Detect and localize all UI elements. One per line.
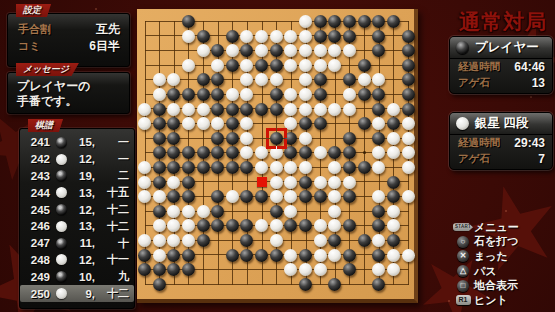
black-stone [153,132,166,145]
white-stone [138,103,151,116]
white-stone [387,103,400,116]
white-stone [167,103,180,116]
move-number: 247 [26,237,50,249]
last-move-marker [257,177,267,187]
black-stone [299,117,312,130]
white-stone [299,103,312,116]
black-stone [226,30,239,43]
black-stone [358,161,371,174]
black-stone [240,249,253,262]
elapsed-time-label: 経過時間 [458,60,500,74]
black-stone [167,117,180,130]
black-stone [343,73,356,86]
go-board[interactable] [137,9,418,303]
white-stone [240,73,253,86]
white-stone [284,103,297,116]
move-number: 241 [26,136,50,148]
white-stone [153,234,166,247]
white-stone [284,205,297,218]
black-stone [226,219,239,232]
move-number: 243 [26,170,50,182]
control-label: 石を打つ [474,234,519,249]
white-stone [197,44,210,57]
black-stone [167,263,180,276]
black-stone [182,15,195,28]
black-stone [211,44,224,57]
black-stone [226,249,239,262]
black-stone [299,190,312,203]
black-stone-icon [56,271,67,282]
white-stone [240,88,253,101]
control-label: パス [474,264,497,279]
controls-legend: STARTメニュー○石を打つ✕まった△パス□地合表示R1ヒント [452,220,554,308]
black-stone [270,103,283,116]
kifu-move-row[interactable]: 24512,十二 [20,201,134,218]
black-stone [402,30,415,43]
move-row: 一 [95,135,129,150]
white-stone [153,73,166,86]
black-stone [299,176,312,189]
white-stone [299,263,312,276]
white-stone [240,30,253,43]
captures-label: アゲ石 [458,76,490,90]
elapsed-time-value: 64:46 [514,60,545,74]
black-stone [402,73,415,86]
square-button-icon: □ [457,280,469,292]
white-stone [314,44,327,57]
black-stone [328,30,341,43]
white-stone [402,146,415,159]
white-stone [387,219,400,232]
black-stone [387,117,400,130]
black-stone [153,176,166,189]
player-white-name: 銀星 四段 [475,115,528,132]
white-stone [314,263,327,276]
white-stone [372,146,385,159]
white-stone [284,249,297,262]
black-stone [211,132,224,145]
black-stone [153,205,166,218]
black-stone-icon [56,170,67,181]
black-stone [197,219,210,232]
black-stone [328,278,341,291]
white-stone [299,30,312,43]
black-stone [328,15,341,28]
black-stone [211,146,224,159]
black-stone [182,88,195,101]
black-stone-icon [456,41,469,54]
black-stone [182,190,195,203]
black-stone [358,117,371,130]
cursor-bracket[interactable] [266,128,287,149]
black-stone [182,176,195,189]
black-stone [270,44,283,57]
white-stone [328,205,341,218]
black-stone [402,103,415,116]
white-stone [182,103,195,116]
black-stone [372,103,385,116]
white-stone-icon [56,221,67,232]
white-stone [314,146,327,159]
black-stone [226,117,239,130]
black-stone [226,59,239,72]
white-stone [328,44,341,57]
move-row: 一 [95,152,129,167]
black-stone [372,205,385,218]
white-stone [387,205,400,218]
white-stone [402,117,415,130]
move-number: 246 [26,220,50,232]
white-stone [284,44,297,57]
black-stone [358,59,371,72]
white-stone [211,59,224,72]
white-stone [270,73,283,86]
black-stone [197,30,210,43]
black-stone [211,161,224,174]
control-circle[interactable]: ○石を打つ [452,235,554,250]
move-col: 9, [71,288,95,300]
kifu-move-row[interactable]: 24115,一 [20,134,134,151]
white-stone [372,117,385,130]
white-stone [343,176,356,189]
black-stone [343,263,356,276]
black-stone [240,234,253,247]
player-white-header: 銀星 四段 [450,113,552,135]
black-stone [372,249,385,262]
white-stone [240,117,253,130]
control-label: まった [474,249,508,264]
kifu-move-row[interactable]: 24613,十二 [20,218,134,235]
white-stone [343,103,356,116]
white-stone [153,88,166,101]
black-stone [138,249,151,262]
black-stone [299,278,312,291]
message-panel: メッセージ プレイヤーの 手番です。 [7,72,130,114]
black-stone [270,59,283,72]
white-stone-icon [56,288,67,299]
black-stone [372,30,385,43]
white-stone [328,161,341,174]
black-stone [343,146,356,159]
handicap-row: 手合割 互先 [8,21,129,38]
kifu-panel: 棋譜 24115,一24212,一24319,二24413,十五24512,十二… [19,128,135,309]
kifu-move-row[interactable]: 24413,十五 [20,184,134,201]
white-stone [372,161,385,174]
black-stone [182,249,195,262]
black-stone [387,176,400,189]
move-col: 13, [71,220,95,232]
black-stone [211,73,224,86]
black-stone [314,88,327,101]
player-black-name: プレイヤー [475,39,539,56]
white-stone [226,88,239,101]
black-stone [402,44,415,57]
white-stone [372,263,385,276]
white-stone [138,190,151,203]
white-stone [314,103,327,116]
black-stone [211,219,224,232]
white-stone [299,44,312,57]
black-stone [358,15,371,28]
black-stone [211,190,224,203]
white-stone [299,88,312,101]
white-stone [284,59,297,72]
white-stone [270,219,283,232]
white-stone [167,73,180,86]
black-stone [387,190,400,203]
black-stone [270,205,283,218]
white-stone [138,176,151,189]
handicap-value: 互先 [96,21,120,38]
settings-tab: 設定 [16,4,51,17]
move-number: 244 [26,187,50,199]
white-stone [197,117,210,130]
black-stone [211,103,224,116]
white-stone [314,59,327,72]
black-stone [153,103,166,116]
control-start[interactable]: STARTメニュー [452,220,554,235]
move-col: 11, [71,237,95,249]
white-stone [284,30,297,43]
black-stone [182,263,195,276]
black-stone [343,249,356,262]
white-stone [270,190,283,203]
control-square[interactable]: □地合表示 [452,278,554,293]
move-number: 249 [26,271,50,283]
black-stone [167,146,180,159]
black-stone [226,103,239,116]
white-stone [211,117,224,130]
white-stone [240,146,253,159]
black-stone [167,132,180,145]
black-stone [284,219,297,232]
komi-row: コミ 6目半 [8,38,129,55]
white-stone [270,234,283,247]
black-stone [255,59,268,72]
move-row: 十一 [95,252,129,267]
white-stone [314,176,327,189]
white-stone [284,190,297,203]
black-stone [182,146,195,159]
move-row: 十二 [95,286,129,301]
elapsed-time-value: 29:43 [514,136,545,150]
move-col: 13, [71,187,95,199]
white-stone [138,117,151,130]
white-stone [153,219,166,232]
white-stone [153,190,166,203]
triangle-button-icon: △ [457,265,469,277]
white-stone [328,103,341,116]
white-stone [314,234,327,247]
control-label: ヒント [474,293,508,308]
black-stone [314,15,327,28]
black-stone [314,73,327,86]
white-stone [284,176,297,189]
move-col: 15, [71,136,95,148]
black-stone [226,161,239,174]
white-stone [255,73,268,86]
white-stone [270,30,283,43]
white-stone [402,161,415,174]
black-stone [167,161,180,174]
message-tab: メッセージ [16,63,79,76]
black-stone [402,88,415,101]
black-stone [372,15,385,28]
white-stone [153,249,166,262]
black-stone [299,146,312,159]
black-stone [372,132,385,145]
black-stone [299,219,312,232]
white-stone [255,161,268,174]
circle-button-icon: ○ [457,236,469,248]
white-stone [402,249,415,262]
white-stone [226,44,239,57]
white-stone [372,234,385,247]
black-stone [226,146,239,159]
white-stone [328,59,341,72]
black-stone [197,88,210,101]
kifu-move-row[interactable]: 24711,十 [20,235,134,252]
move-row: 十二 [95,202,129,217]
control-cross[interactable]: ✕まった [452,249,554,264]
komi-value: 6目半 [89,38,120,55]
move-number: 248 [26,254,50,266]
white-stone [182,30,195,43]
white-stone [358,73,371,86]
black-stone [343,15,356,28]
kifu-move-row[interactable]: 24910,九 [20,268,134,285]
white-stone [387,132,400,145]
captures-value: 7 [538,152,545,166]
black-stone [197,234,210,247]
white-stone [182,117,195,130]
black-stone [153,278,166,291]
white-stone-icon [56,154,67,165]
white-stone [314,219,327,232]
white-stone [270,161,283,174]
black-stone [197,73,210,86]
black-stone [153,146,166,159]
black-stone [240,190,253,203]
white-stone [226,190,239,203]
white-stone [343,88,356,101]
black-stone [211,205,224,218]
white-stone [387,263,400,276]
black-stone [372,88,385,101]
black-stone [240,161,253,174]
control-triangle[interactable]: △パス [452,264,554,279]
white-stone-icon [456,117,469,130]
black-stone [358,234,371,247]
black-stone-icon [56,137,67,148]
star-point [363,151,366,154]
black-stone [343,161,356,174]
kifu-move-list[interactable]: 24115,一24212,一24319,二24413,十五24512,十二246… [20,129,134,302]
white-stone [372,190,385,203]
black-stone [182,161,195,174]
white-stone [372,73,385,86]
black-stone [402,59,415,72]
black-stone [167,190,180,203]
black-stone [372,278,385,291]
game-screen: 設定 手合割 互先 コミ 6目半 メッセージ プレイヤーの 手番です。 棋譜 2… [0,0,555,312]
player-panel-white: 銀星 四段 経過時間 29:43 アゲ石 7 [449,112,553,170]
black-stone [255,249,268,262]
turn-message: プレイヤーの 手番です。 [8,73,129,109]
move-row: 十五 [95,185,129,200]
white-stone [167,234,180,247]
move-col: 10, [71,271,95,283]
handicap-label: 手合割 [18,22,51,37]
white-stone [284,263,297,276]
white-stone [328,176,341,189]
white-stone [314,249,327,262]
captures-value: 13 [532,76,545,90]
white-stone [240,132,253,145]
control-label: メニュー [474,220,519,235]
elapsed-time-label: 経過時間 [458,136,500,150]
white-stone [167,205,180,218]
black-stone [240,44,253,57]
kifu-move-row[interactable]: 24812,十一 [20,252,134,269]
black-stone-icon [56,204,67,215]
kifu-move-row[interactable]: 2509,十二 [20,285,134,302]
white-stone [138,161,151,174]
black-stone [328,234,341,247]
white-stone [299,73,312,86]
player-black-header: プレイヤー [450,37,552,59]
black-stone [211,88,224,101]
white-stone [284,88,297,101]
white-stone [197,205,210,218]
white-stone [328,219,341,232]
black-stone [226,132,239,145]
kifu-move-row[interactable]: 24212,一 [20,151,134,168]
white-stone [182,219,195,232]
black-stone [314,117,327,130]
white-stone [255,30,268,43]
black-stone [387,234,400,247]
black-stone-icon [56,238,67,249]
move-col: 12, [71,254,95,266]
cross-button-icon: ✕ [457,250,469,262]
page-title: 通常対局 [451,8,555,36]
white-stone [255,219,268,232]
black-stone [240,219,253,232]
move-row: 十 [95,236,129,251]
white-stone [343,44,356,57]
black-stone [197,146,210,159]
white-stone [240,59,253,72]
white-stone [402,132,415,145]
black-stone [299,249,312,262]
control-r1[interactable]: R1ヒント [452,293,554,308]
move-row: 二 [95,168,129,183]
white-stone [270,176,283,189]
black-stone [343,30,356,43]
black-stone [314,190,327,203]
white-stone-icon [56,187,67,198]
kifu-move-row[interactable]: 24319,二 [20,168,134,185]
white-stone [138,234,151,247]
white-stone [299,59,312,72]
black-stone [372,44,385,57]
black-stone [372,219,385,232]
black-stone [387,15,400,28]
move-number: 245 [26,204,50,216]
black-stone [138,263,151,276]
black-stone [270,88,283,101]
